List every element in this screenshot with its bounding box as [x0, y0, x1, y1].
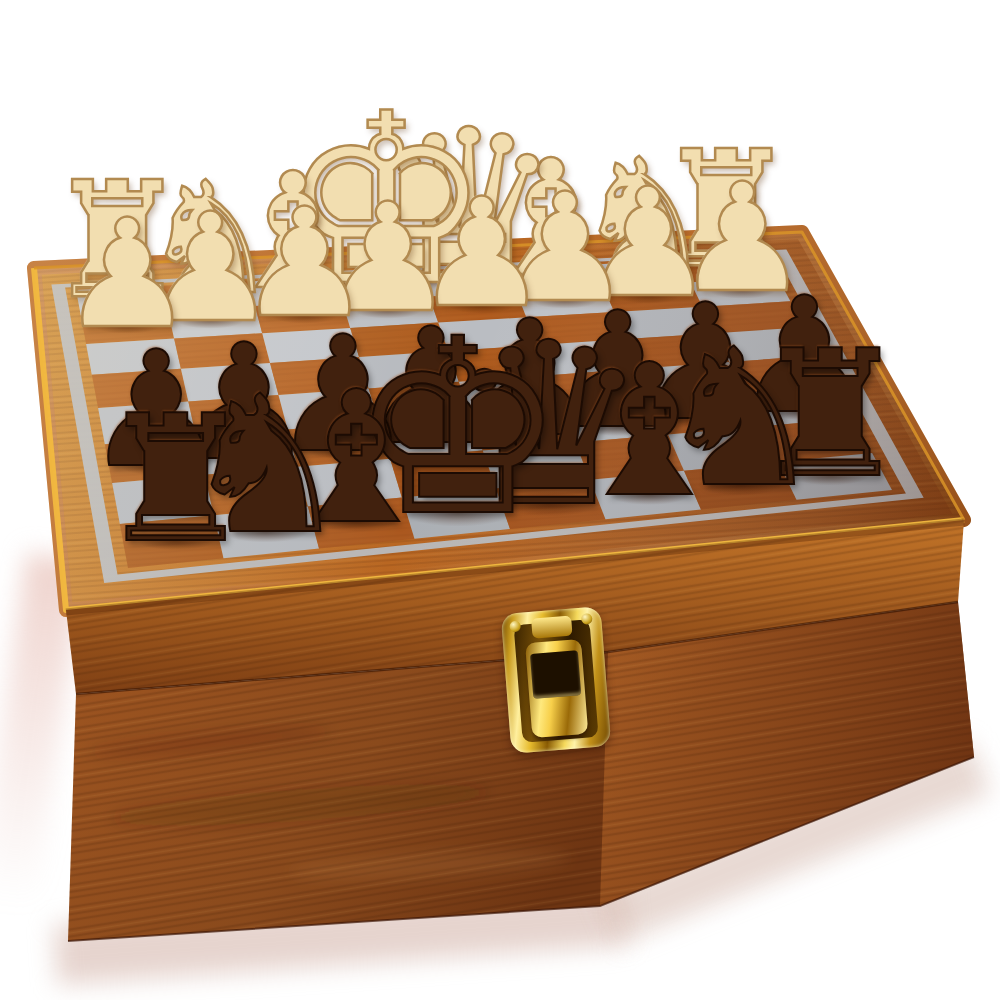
- product-photo-chess-box: ♜♞♝♛♚♝♞♜♟♟♟♟♟♟♟♟♟♟♟♟♟♟♟♟♜♞♝♛♚♝♞♜: [0, 0, 1000, 1000]
- brass-latch: [501, 606, 612, 753]
- latch-screw: [581, 613, 593, 625]
- chess-box: [0, 0, 1000, 1000]
- latch-slot: [530, 650, 581, 698]
- latch-hinge: [531, 616, 572, 639]
